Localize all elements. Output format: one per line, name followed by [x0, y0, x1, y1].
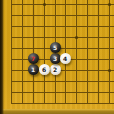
- move-number: 5: [50, 42, 61, 53]
- stone-black-1: 1: [28, 64, 39, 75]
- stone-white-2: 2: [50, 64, 61, 75]
- grid-line-horizontal: [11, 70, 114, 71]
- grid-line-horizontal: [11, 92, 114, 93]
- grid-line-horizontal: [11, 26, 114, 27]
- grid-line-horizontal: [11, 103, 114, 104]
- move-number: 7: [28, 53, 39, 64]
- go-board[interactable]: 1234567: [0, 0, 114, 110]
- grid-line-horizontal: [11, 4, 114, 5]
- move-number: 2: [50, 64, 61, 75]
- star-point: [108, 3, 111, 6]
- stone-black-7: 7: [28, 53, 39, 64]
- star-point: [108, 69, 111, 72]
- move-number: 4: [60, 53, 71, 64]
- move-number: 1: [28, 64, 39, 75]
- stone-white-4: 4: [60, 53, 71, 64]
- go-board-screenshot: 1234567: [0, 0, 114, 114]
- grid-line-horizontal: [11, 81, 114, 82]
- board-bottom-edge: [0, 109, 114, 114]
- grid-line-horizontal: [11, 48, 114, 49]
- stone-white-6: 6: [39, 64, 50, 75]
- grid-line-horizontal: [11, 15, 114, 16]
- star-point: [75, 36, 78, 39]
- star-point: [43, 3, 46, 6]
- stone-black-5: 5: [50, 42, 61, 53]
- grid-line-horizontal: [11, 37, 114, 38]
- move-number: 6: [39, 64, 50, 75]
- board-left-edge: [0, 0, 4, 114]
